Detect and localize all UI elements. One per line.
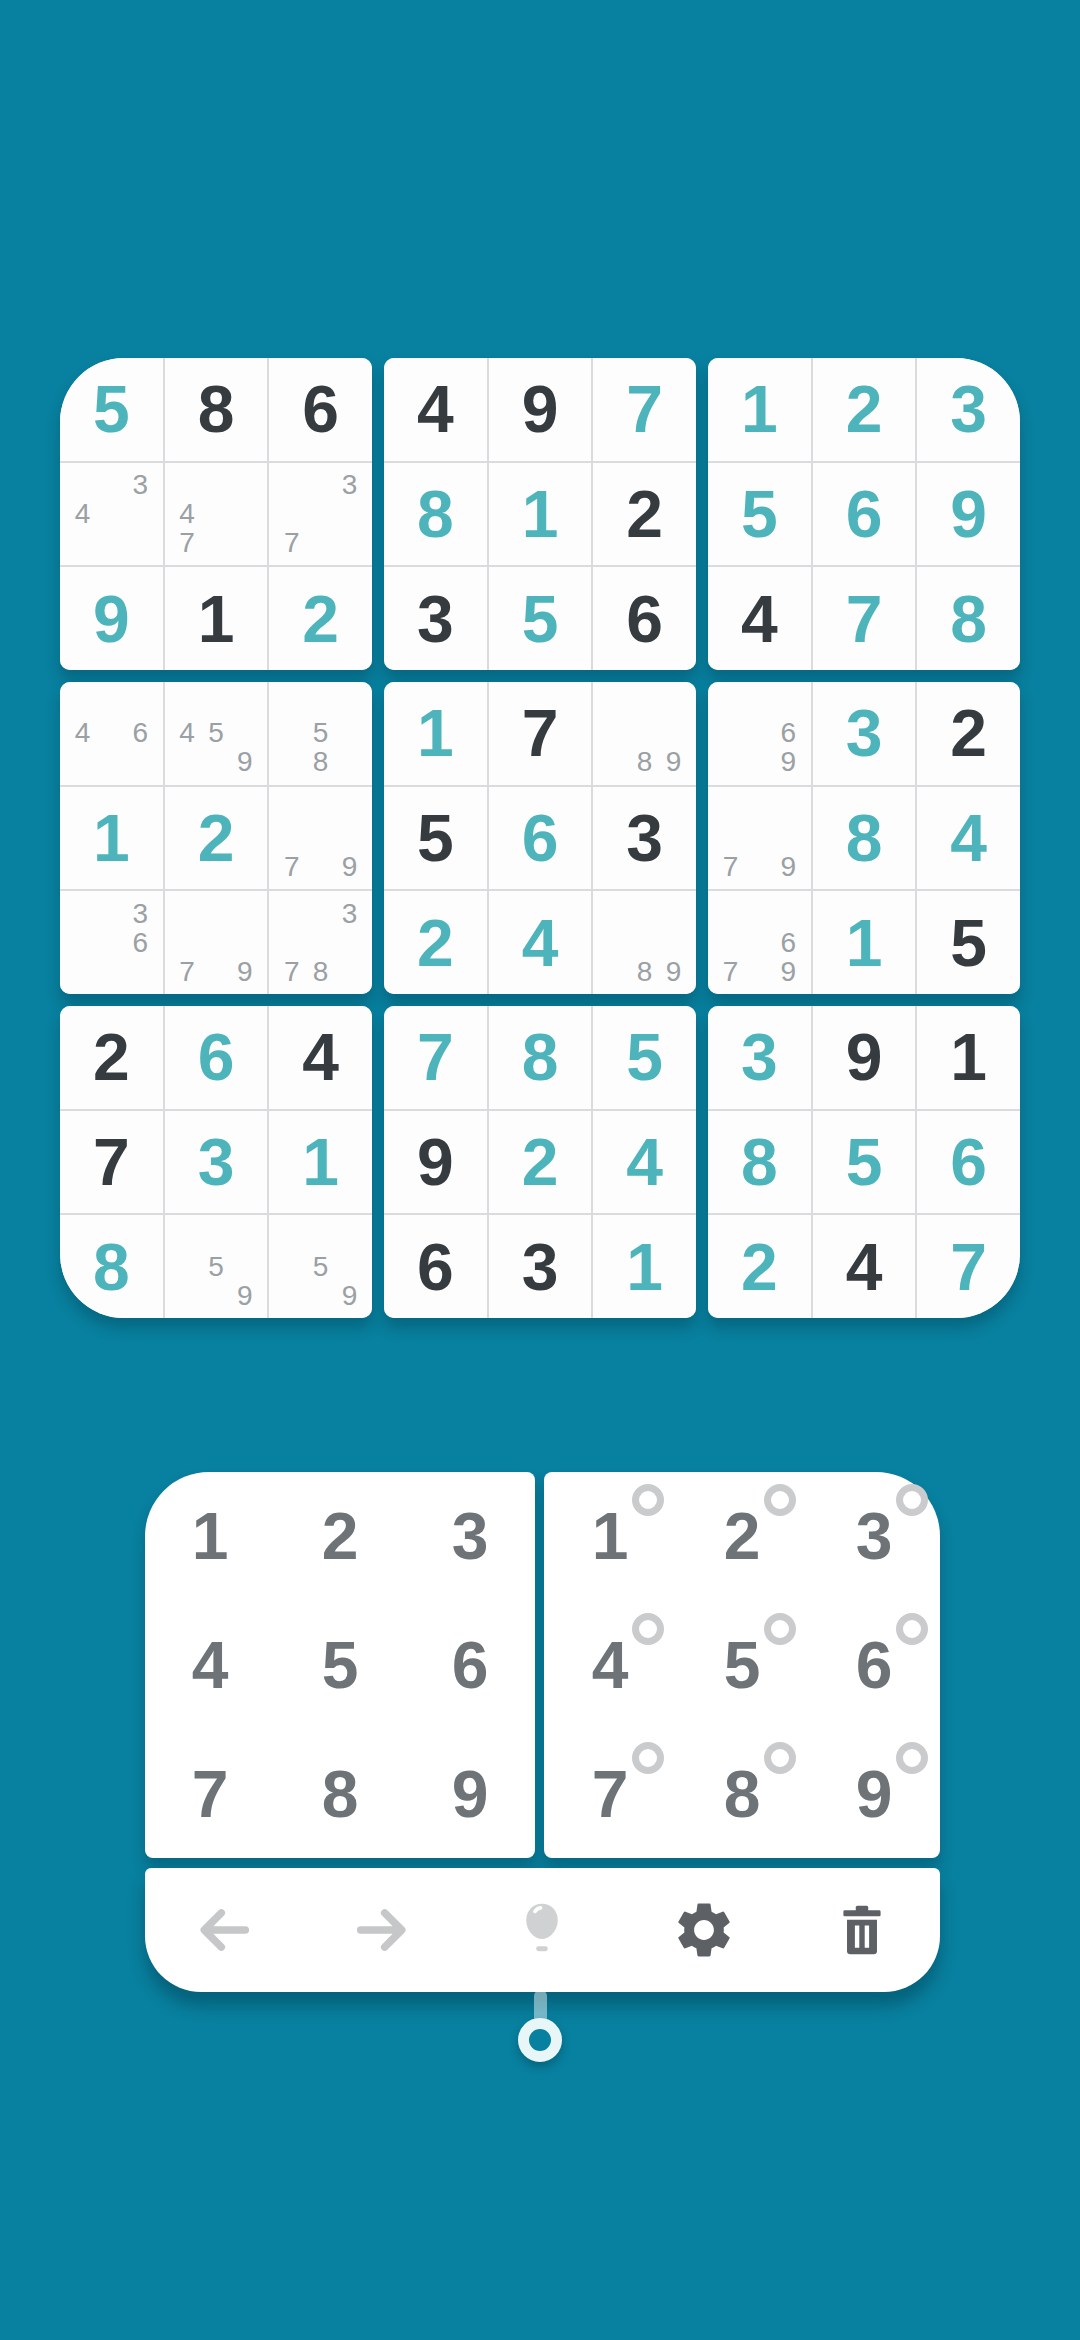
cell-r1c3[interactable]: 6 — [269, 358, 372, 461]
user-digit: 7 — [626, 376, 663, 442]
note-digit-7: 7 — [716, 957, 745, 986]
user-digit: 8 — [522, 1024, 559, 1090]
pencil-notes: 89 — [601, 899, 688, 986]
note-digit-9: 9 — [659, 748, 688, 777]
pencil-notes: 79 — [277, 795, 364, 882]
user-digit: 5 — [626, 1024, 663, 1090]
user-digit: 6 — [846, 481, 883, 547]
cell-r8c9[interactable]: 6 — [917, 1111, 1020, 1214]
note-digit-6: 6 — [774, 719, 803, 748]
cell-r2c7[interactable]: 5 — [708, 463, 811, 566]
note-digit-4: 4 — [68, 719, 97, 748]
given-digit: 7 — [93, 1129, 130, 1195]
note-digit-8: 8 — [306, 748, 335, 777]
given-digit: 4 — [846, 1234, 883, 1300]
given-digit: 6 — [417, 1234, 454, 1300]
cell-r3c3[interactable]: 2 — [269, 567, 372, 670]
cell-r1c2[interactable]: 8 — [165, 358, 268, 461]
board-box-6: 6932798467915 — [708, 682, 1020, 994]
note-digit-8: 8 — [306, 957, 335, 986]
note-ring-icon — [632, 1742, 664, 1774]
cell-r8c4[interactable]: 9 — [384, 1111, 487, 1214]
user-digit: 9 — [93, 586, 130, 652]
cell-r5c1[interactable]: 1 — [60, 787, 163, 890]
cell-r4c4[interactable]: 1 — [384, 682, 487, 785]
pencil-notes: 59 — [173, 1223, 260, 1310]
user-digit: 3 — [950, 376, 987, 442]
cell-r2c5[interactable]: 1 — [489, 463, 592, 566]
note-digit-5: 5 — [306, 1252, 335, 1281]
given-digit: 6 — [302, 376, 339, 442]
given-digit: 6 — [626, 586, 663, 652]
user-digit: 5 — [93, 376, 130, 442]
cell-r2c6[interactable]: 2 — [593, 463, 696, 566]
cell-r3c9[interactable]: 8 — [917, 567, 1020, 670]
cell-r6c3[interactable]: 378 — [269, 891, 372, 994]
note-ring-icon — [764, 1742, 796, 1774]
note-digit-5: 5 — [202, 719, 231, 748]
cell-r9c8[interactable]: 4 — [813, 1215, 916, 1318]
user-digit: 2 — [302, 586, 339, 652]
cell-r1c1[interactable]: 5 — [60, 358, 163, 461]
cell-r3c2[interactable]: 1 — [165, 567, 268, 670]
note-digit-9: 9 — [659, 957, 688, 986]
given-digit: 1 — [198, 586, 235, 652]
pencil-notes: 58 — [277, 690, 364, 777]
cell-r2c2[interactable]: 47 — [165, 463, 268, 566]
board-box-2: 497812356 — [384, 358, 696, 670]
cell-r9c1[interactable]: 8 — [60, 1215, 163, 1318]
note-digit-7: 7 — [277, 528, 306, 557]
note-digit-3: 3 — [126, 471, 155, 500]
note-digit-3: 3 — [335, 471, 364, 500]
user-digit: 8 — [417, 481, 454, 547]
given-digit: 9 — [846, 1024, 883, 1090]
given-digit: 5 — [417, 805, 454, 871]
note-digit-9: 9 — [774, 957, 803, 986]
note-digit-5: 5 — [306, 719, 335, 748]
note-digit-4: 4 — [173, 500, 202, 529]
user-digit: 4 — [626, 1129, 663, 1195]
user-digit: 3 — [741, 1024, 778, 1090]
note-ring-icon — [896, 1613, 928, 1645]
cell-r8c5[interactable]: 2 — [489, 1111, 592, 1214]
cell-r5c4[interactable]: 5 — [384, 787, 487, 890]
note-ring-icon — [896, 1484, 928, 1516]
notes-pad-digit-6-button[interactable]: 6 — [808, 1601, 940, 1730]
board-box-5: 17895632489 — [384, 682, 696, 994]
pad-digit-6-button[interactable]: 6 — [405, 1601, 535, 1730]
pencil-notes: 46 — [68, 690, 155, 777]
cell-r9c4[interactable]: 6 — [384, 1215, 487, 1318]
given-digit: 2 — [93, 1024, 130, 1090]
cell-r9c7[interactable]: 2 — [708, 1215, 811, 1318]
pencil-notes: 37 — [277, 471, 364, 558]
notes-pad-digit-9-button[interactable]: 9 — [808, 1729, 940, 1858]
pencil-notes: 34 — [68, 471, 155, 558]
board-box-8: 785924631 — [384, 1006, 696, 1318]
user-digit: 4 — [522, 910, 559, 976]
cell-r1c6[interactable]: 7 — [593, 358, 696, 461]
cell-r8c3[interactable]: 1 — [269, 1111, 372, 1214]
pad-digit-4-button[interactable]: 4 — [145, 1601, 275, 1730]
cell-r6c4[interactable]: 2 — [384, 891, 487, 994]
notes-pad-digit-1-button[interactable]: 1 — [544, 1472, 676, 1601]
pencil-notes: 459 — [173, 690, 260, 777]
note-digit-5: 5 — [202, 1252, 231, 1281]
cell-r1c4[interactable]: 4 — [384, 358, 487, 461]
settings-button[interactable] — [671, 1897, 737, 1963]
cell-r2c4[interactable]: 8 — [384, 463, 487, 566]
note-digit-9: 9 — [335, 852, 364, 881]
trash-icon — [831, 1899, 893, 1961]
pencil-notes: 79 — [173, 899, 260, 986]
note-ring-icon — [896, 1742, 928, 1774]
note-digit-6: 6 — [126, 719, 155, 748]
cell-r4c5[interactable]: 7 — [489, 682, 592, 785]
pencil-notes: 378 — [277, 899, 364, 986]
cell-r4c3[interactable]: 58 — [269, 682, 372, 785]
given-digit: 2 — [950, 700, 987, 766]
given-digit: 2 — [626, 481, 663, 547]
given-digit: 4 — [302, 1024, 339, 1090]
note-digit-3: 3 — [335, 899, 364, 928]
user-digit: 3 — [198, 1129, 235, 1195]
pencil-notes: 59 — [277, 1223, 364, 1310]
arrow-right-icon — [350, 1898, 414, 1962]
drawer-handle[interactable] — [518, 2018, 562, 2062]
cell-r1c5[interactable]: 9 — [489, 358, 592, 461]
user-digit: 7 — [846, 586, 883, 652]
cell-r8c8[interactable]: 5 — [813, 1111, 916, 1214]
cell-r1c7[interactable]: 1 — [708, 358, 811, 461]
note-digit-9: 9 — [774, 748, 803, 777]
user-digit: 4 — [950, 805, 987, 871]
cell-r7c9[interactable]: 1 — [917, 1006, 1020, 1109]
cell-r7c7[interactable]: 3 — [708, 1006, 811, 1109]
user-digit: 7 — [950, 1234, 987, 1300]
given-digit: 4 — [417, 376, 454, 442]
cell-r7c6[interactable]: 5 — [593, 1006, 696, 1109]
given-digit: 3 — [417, 586, 454, 652]
note-digit-9: 9 — [230, 957, 259, 986]
cell-r6c7[interactable]: 679 — [708, 891, 811, 994]
user-digit: 1 — [302, 1129, 339, 1195]
user-digit: 2 — [846, 376, 883, 442]
user-digit: 3 — [846, 700, 883, 766]
cell-r3c8[interactable]: 7 — [813, 567, 916, 670]
board-box-4: 464595812793679378 — [60, 682, 372, 994]
sudoku-board: 5863447379124978123561235694784645958127… — [60, 358, 1020, 1318]
cell-r2c1[interactable]: 34 — [60, 463, 163, 566]
given-digit: 7 — [522, 700, 559, 766]
note-digit-6: 6 — [126, 928, 155, 957]
cell-r9c3[interactable]: 59 — [269, 1215, 372, 1318]
cell-r5c9[interactable]: 4 — [917, 787, 1020, 890]
user-digit: 1 — [522, 481, 559, 547]
given-digit: 1 — [950, 1024, 987, 1090]
pencil-notes: 89 — [601, 690, 688, 777]
cell-r6c9[interactable]: 5 — [917, 891, 1020, 994]
cell-r7c8[interactable]: 9 — [813, 1006, 916, 1109]
notes-pad-digit-2-button[interactable]: 2 — [676, 1472, 808, 1601]
cell-r2c9[interactable]: 9 — [917, 463, 1020, 566]
user-digit: 6 — [522, 805, 559, 871]
cell-r5c3[interactable]: 79 — [269, 787, 372, 890]
user-digit: 5 — [741, 481, 778, 547]
pad-digit-9-button[interactable]: 9 — [405, 1729, 535, 1858]
cell-r3c6[interactable]: 6 — [593, 567, 696, 670]
toolbar — [145, 1868, 940, 1992]
redo-button[interactable] — [350, 1898, 414, 1962]
board-box-3: 123569478 — [708, 358, 1020, 670]
given-digit: 5 — [950, 910, 987, 976]
note-digit-7: 7 — [173, 957, 202, 986]
pad-digit-3-button[interactable]: 3 — [405, 1472, 535, 1601]
cell-r5c2[interactable]: 2 — [165, 787, 268, 890]
note-digit-7: 7 — [277, 852, 306, 881]
given-digit: 9 — [522, 376, 559, 442]
user-digit: 1 — [846, 910, 883, 976]
cell-r8c2[interactable]: 3 — [165, 1111, 268, 1214]
board-box-7: 26473185959 — [60, 1006, 372, 1318]
user-digit: 1 — [93, 805, 130, 871]
note-ring-icon — [764, 1484, 796, 1516]
cell-r7c3[interactable]: 4 — [269, 1006, 372, 1109]
note-digit-9: 9 — [230, 748, 259, 777]
pencil-notes: 69 — [716, 690, 803, 777]
notes-pad-digit-4-button[interactable]: 4 — [544, 1601, 676, 1730]
notes-pad-digit-7-button[interactable]: 7 — [544, 1729, 676, 1858]
cell-r4c2[interactable]: 459 — [165, 682, 268, 785]
delete-button[interactable] — [831, 1899, 893, 1961]
cell-r1c9[interactable]: 3 — [917, 358, 1020, 461]
sudoku-app-screen: 5863447379124978123561235694784645958127… — [0, 0, 1080, 2340]
board-box-1: 586344737912 — [60, 358, 372, 670]
arrow-left-icon — [192, 1898, 256, 1962]
cell-r9c2[interactable]: 59 — [165, 1215, 268, 1318]
cell-r3c1[interactable]: 9 — [60, 567, 163, 670]
notes-pad-digit-3-button[interactable]: 3 — [808, 1472, 940, 1601]
pad-digit-2-button[interactable]: 2 — [275, 1472, 405, 1601]
cell-r4c8[interactable]: 3 — [813, 682, 916, 785]
note-digit-3: 3 — [126, 899, 155, 928]
cell-r9c6[interactable]: 1 — [593, 1215, 696, 1318]
undo-button[interactable] — [192, 1898, 256, 1962]
cell-r4c6[interactable]: 89 — [593, 682, 696, 785]
user-digit: 9 — [950, 481, 987, 547]
user-digit: 8 — [93, 1234, 130, 1300]
note-ring-icon — [632, 1613, 664, 1645]
cell-r3c7[interactable]: 4 — [708, 567, 811, 670]
note-digit-9: 9 — [774, 852, 803, 881]
cell-r7c2[interactable]: 6 — [165, 1006, 268, 1109]
user-digit: 8 — [846, 805, 883, 871]
note-digit-9: 9 — [335, 1281, 364, 1310]
cell-r8c7[interactable]: 8 — [708, 1111, 811, 1214]
number-pad: 123456789 — [145, 1472, 535, 1858]
cell-r4c1[interactable]: 46 — [60, 682, 163, 785]
pad-digit-7-button[interactable]: 7 — [145, 1729, 275, 1858]
user-digit: 2 — [198, 805, 235, 871]
cell-r5c6[interactable]: 3 — [593, 787, 696, 890]
note-digit-9: 9 — [230, 1281, 259, 1310]
cell-r8c6[interactable]: 4 — [593, 1111, 696, 1214]
given-digit: 8 — [198, 376, 235, 442]
cell-r6c2[interactable]: 79 — [165, 891, 268, 994]
user-digit: 2 — [522, 1129, 559, 1195]
user-digit: 1 — [741, 376, 778, 442]
user-digit: 6 — [950, 1129, 987, 1195]
cell-r7c4[interactable]: 7 — [384, 1006, 487, 1109]
cell-r1c8[interactable]: 2 — [813, 358, 916, 461]
cell-r3c4[interactable]: 3 — [384, 567, 487, 670]
notes-pad-digit-5-button[interactable]: 5 — [676, 1601, 808, 1730]
cell-r7c5[interactable]: 8 — [489, 1006, 592, 1109]
cell-r9c9[interactable]: 7 — [917, 1215, 1020, 1318]
note-digit-7: 7 — [173, 528, 202, 557]
pad-digit-5-button[interactable]: 5 — [275, 1601, 405, 1730]
cell-r6c8[interactable]: 1 — [813, 891, 916, 994]
cell-r6c1[interactable]: 36 — [60, 891, 163, 994]
user-digit: 8 — [741, 1129, 778, 1195]
cell-r4c7[interactable]: 69 — [708, 682, 811, 785]
board-box-9: 391856247 — [708, 1006, 1020, 1318]
cell-r5c8[interactable]: 8 — [813, 787, 916, 890]
user-digit: 2 — [417, 910, 454, 976]
user-digit: 1 — [626, 1234, 663, 1300]
pencil-notes: 79 — [716, 795, 803, 882]
pad-digit-1-button[interactable]: 1 — [145, 1472, 275, 1601]
note-digit-8: 8 — [630, 957, 659, 986]
notes-number-pad: 123456789 — [544, 1472, 940, 1858]
cell-r2c3[interactable]: 37 — [269, 463, 372, 566]
given-digit: 3 — [626, 805, 663, 871]
user-digit: 6 — [198, 1024, 235, 1090]
cell-r6c6[interactable]: 89 — [593, 891, 696, 994]
gear-icon — [671, 1897, 737, 1963]
cell-r2c8[interactable]: 6 — [813, 463, 916, 566]
given-digit: 9 — [417, 1129, 454, 1195]
cell-r5c7[interactable]: 79 — [708, 787, 811, 890]
note-ring-icon — [632, 1484, 664, 1516]
cell-r3c5[interactable]: 5 — [489, 567, 592, 670]
user-digit: 5 — [846, 1129, 883, 1195]
pencil-notes: 47 — [173, 471, 260, 558]
user-digit: 7 — [417, 1024, 454, 1090]
note-digit-4: 4 — [173, 719, 202, 748]
note-digit-7: 7 — [716, 852, 745, 881]
note-digit-6: 6 — [774, 928, 803, 957]
cell-r7c1[interactable]: 2 — [60, 1006, 163, 1109]
user-digit: 8 — [950, 586, 987, 652]
note-ring-icon — [764, 1613, 796, 1645]
notes-pad-digit-8-button[interactable]: 8 — [676, 1729, 808, 1858]
cell-r5c5[interactable]: 6 — [489, 787, 592, 890]
user-digit: 1 — [417, 700, 454, 766]
hint-button[interactable] — [507, 1895, 577, 1965]
pencil-notes: 679 — [716, 899, 803, 986]
note-digit-7: 7 — [277, 957, 306, 986]
cell-r9c5[interactable]: 3 — [489, 1215, 592, 1318]
user-digit: 2 — [741, 1234, 778, 1300]
given-digit: 4 — [741, 586, 778, 652]
cell-r8c1[interactable]: 7 — [60, 1111, 163, 1214]
lightbulb-icon — [507, 1895, 577, 1965]
pad-digit-8-button[interactable]: 8 — [275, 1729, 405, 1858]
given-digit: 3 — [522, 1234, 559, 1300]
note-digit-4: 4 — [68, 500, 97, 529]
pencil-notes: 36 — [68, 899, 155, 986]
note-digit-8: 8 — [630, 748, 659, 777]
user-digit: 5 — [522, 586, 559, 652]
cell-r6c5[interactable]: 4 — [489, 891, 592, 994]
cell-r4c9[interactable]: 2 — [917, 682, 1020, 785]
